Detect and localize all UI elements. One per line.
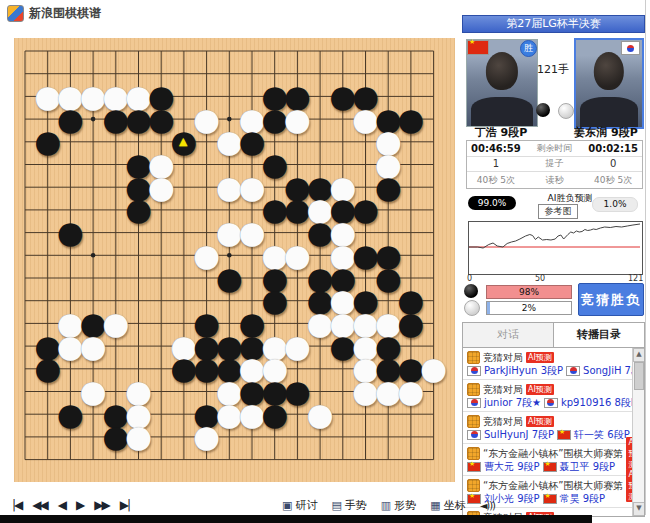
winrate-curve: [469, 224, 640, 248]
stone-black: ●: [286, 380, 309, 403]
stone-white: ●: [354, 108, 377, 131]
game-title: “东方金融小镇杯”围棋大师赛第: [483, 479, 623, 493]
move-count: 121手: [532, 62, 574, 77]
scroll-thumb[interactable]: [634, 362, 644, 390]
china-flag-icon: [557, 430, 571, 440]
avatar: [594, 52, 624, 90]
stone-black: ●: [377, 176, 400, 199]
bet-bar-white: 2%: [486, 301, 572, 315]
go-board-icon: [467, 479, 480, 492]
next-move-button[interactable]: ▶: [76, 498, 83, 512]
stone-black: ●: [172, 357, 195, 380]
window-edge: [645, 0, 646, 515]
stone-black: ●: [195, 357, 218, 380]
white-byoyomi: 40秒 5次: [584, 172, 642, 188]
winrate-graph: [468, 221, 643, 275]
stone-white: ●: [309, 403, 332, 426]
tab-broadcast-list[interactable]: 转播目录: [554, 323, 644, 347]
korea-flag-icon: [467, 398, 481, 408]
stone-white: ●: [195, 425, 218, 448]
game-title: 竞猜对局: [483, 415, 523, 429]
speaker-icon[interactable]: ◄))): [480, 500, 495, 511]
stone-black: ●: [263, 403, 286, 426]
korea-flag-icon: [467, 366, 481, 376]
stone-white: ●: [150, 176, 173, 199]
first-move-button[interactable]: |◀: [12, 498, 21, 512]
black-byoyomi: 40秒 5次: [467, 172, 525, 188]
stone-black: ●: [331, 335, 354, 358]
china-flag-icon: [467, 462, 481, 472]
stone-black: ●: [354, 244, 377, 267]
player-name-black: 丁浩 9段P: [462, 125, 540, 140]
stone-black: ●: [127, 198, 150, 221]
ai-prediction-badge: AI预测: [526, 416, 554, 427]
stone-white: ●: [59, 335, 82, 358]
game-title: “东方金融小镇杯”围棋大师赛第: [483, 447, 623, 461]
winner-badge: 胜: [520, 40, 537, 57]
black-stone-icon: [536, 103, 550, 117]
player-link[interactable]: ParkJiHyun 3段P: [484, 364, 563, 378]
stone-white: ●: [82, 335, 105, 358]
clock-table: 00:46:59 剩余时间 00:02:15 1 提子 0 40秒 5次 读秒 …: [466, 140, 643, 189]
stone-black: ●: [354, 198, 377, 221]
player-link[interactable]: 聂卫平 9段P: [560, 460, 616, 474]
stone-black: ●: [36, 130, 59, 153]
bet-bar-black: 98%: [486, 285, 572, 299]
white-time: 00:02:15: [584, 141, 642, 157]
time-label: 剩余时间: [525, 141, 585, 157]
coords-icon: ▦: [430, 500, 440, 511]
chat-broadcast-panel: 对话 转播目录 竞猜对局AI预测ParkJiHyun 3段PSongJiH 7段…: [462, 322, 645, 517]
tool-label: 研讨: [295, 498, 317, 513]
player-link[interactable]: kp910916 8段P: [561, 396, 633, 410]
korea-flag-icon: [566, 366, 580, 376]
panel-tabs: 对话 转播目录: [463, 323, 644, 348]
game-title: 竞猜对局: [483, 383, 523, 397]
stone-black: ●: [104, 108, 127, 131]
last-move-triangle-icon: ▲: [179, 136, 187, 147]
china-flag-icon: [543, 494, 557, 504]
discuss-button[interactable]: ▣研讨: [282, 498, 317, 513]
discuss-icon: ▣: [282, 500, 292, 511]
tool-label: 形势: [394, 498, 416, 513]
stone-black: ●: [263, 153, 286, 176]
broadcast-list: 竞猜对局AI预测ParkJiHyun 3段PSongJiH 7段P竞猜对局AI预…: [463, 348, 633, 516]
stone-white: ●: [195, 244, 218, 267]
stone-black: ●: [399, 312, 422, 335]
app-logo-icon: [7, 5, 24, 22]
reference-diagram-button[interactable]: 参考图: [538, 204, 578, 219]
ai-black-winrate: 99.0%: [468, 196, 516, 210]
black-captures: 1: [467, 157, 525, 173]
stone-black: ●: [263, 289, 286, 312]
player-link[interactable]: SulHyunJ 7段P: [484, 428, 554, 442]
player-link[interactable]: 曹大元 9段P: [484, 460, 540, 474]
stone-black: ●: [104, 425, 127, 448]
stone-black: ●: [286, 198, 309, 221]
stone-white: ●: [104, 312, 127, 335]
stone-black: ●: [59, 403, 82, 426]
stone-white: ●: [422, 357, 445, 380]
last-move-button[interactable]: ▶|: [120, 498, 129, 512]
stone-black: ●: [127, 108, 150, 131]
list-item[interactable]: “东方金融小镇杯”围棋大师赛第AI预测曹大元 9段P聂卫平 9段P: [463, 444, 633, 476]
ai-prediction-badge: AI预测: [526, 352, 554, 363]
stone-white: ●: [127, 425, 150, 448]
black-stone-icon: [464, 284, 478, 298]
ai-white-winrate: 1.0%: [592, 197, 638, 212]
bottom-bar: [0, 515, 592, 523]
stone-white: ●: [286, 335, 309, 358]
board-tools: ▣研讨▤手势▥形势▦坐标◄))): [282, 497, 495, 513]
stone-black: ●: [331, 85, 354, 108]
guess-winner-button[interactable]: 竞猜胜负: [578, 283, 644, 316]
go-board-icon: [467, 415, 480, 428]
player-link[interactable]: 常昊 9段P: [560, 492, 606, 506]
stone-white: ●: [195, 108, 218, 131]
stone-black: ●: [59, 221, 82, 244]
go-board-icon: [467, 351, 480, 364]
stone-black: ●: [399, 108, 422, 131]
stone-white: ●: [354, 380, 377, 403]
playback-controls: |◀◀◀◀▶▶▶▶|: [12, 497, 129, 513]
korea-flag-icon: [621, 41, 640, 55]
tool-label: 坐标: [444, 498, 466, 513]
ai-prediction-badge: AI预测: [526, 384, 554, 395]
stone-black: ●: [218, 267, 241, 290]
prev-move-button[interactable]: ◀: [58, 498, 65, 512]
white-stone-icon: [558, 103, 574, 119]
player-link[interactable]: SongJiH 7段P: [583, 364, 633, 378]
rewind-button[interactable]: ◀◀: [32, 498, 46, 512]
x-tick-0: 0: [467, 274, 472, 283]
captures-label: 提子: [525, 157, 585, 173]
black-time: 00:46:59: [467, 141, 525, 157]
white-stone-icon: [464, 300, 480, 316]
stone-black: ●: [263, 198, 286, 221]
avatar: [486, 52, 518, 90]
stone-white: ●: [286, 244, 309, 267]
go-review-window: 新浪围棋棋谱 ●●●●●●●●●●●●●●●●●●●●●●●▲●●●●●●●●●…: [0, 0, 650, 523]
forward-button[interactable]: ▶▶: [94, 498, 108, 512]
player-link[interactable]: junior 7段★: [484, 396, 541, 410]
territory-icon: ▥: [381, 500, 391, 511]
china-flag-icon: [467, 40, 489, 55]
list-item[interactable]: 竞猜对局AI预测ParkJiHyun 3段PSongJiH 7段P: [463, 348, 633, 380]
stone-black: ●: [263, 108, 286, 131]
player-name-white: 姜东润 9段P: [566, 125, 646, 140]
stone-white: ●: [286, 108, 309, 131]
gesture-icon: ▤: [331, 500, 341, 511]
tab-dialogue[interactable]: 对话: [463, 323, 554, 347]
x-tick-121: 121: [628, 274, 643, 283]
go-board[interactable]: ●●●●●●●●●●●●●●●●●●●●●●●▲●●●●●●●●●●●●●●●●…: [14, 38, 455, 482]
scrollbar[interactable]: ▲ ▼: [632, 348, 644, 516]
stone-white: ●: [399, 380, 422, 403]
stone-black: ●: [36, 357, 59, 380]
x-tick-50: 50: [535, 274, 545, 283]
korea-flag-icon: [467, 430, 481, 440]
gesture-button[interactable]: ▤手势: [331, 498, 366, 513]
scroll-down-icon[interactable]: ▼: [633, 502, 645, 516]
white-captures: 0: [584, 157, 642, 173]
list-item[interactable]: 竞猜对局AI预测junior 7段★kp910916 8段P: [463, 380, 633, 412]
game-title: 竞猜对局: [483, 351, 523, 365]
list-item[interactable]: 竞猜对局AI预测SulHyunJ 7段P轩一笑 6段P: [463, 412, 633, 444]
coords-button[interactable]: ▦坐标: [430, 498, 465, 513]
korea-flag-icon: [544, 398, 558, 408]
stone-black: ●: [59, 108, 82, 131]
scroll-up-icon[interactable]: ▲: [633, 348, 645, 362]
match-title: 第27届LG杯半决赛: [462, 15, 645, 33]
go-board-icon: [467, 447, 480, 460]
china-flag-icon: [543, 462, 557, 472]
byoyomi-label: 读秒: [525, 172, 585, 188]
app-title: 新浪围棋棋谱: [29, 5, 101, 22]
player-link[interactable]: 轩一笑 6段P: [574, 428, 630, 442]
titlebar: 新浪围棋棋谱: [7, 4, 101, 22]
go-board-icon: [467, 383, 480, 396]
stone-white: ●: [36, 85, 59, 108]
territory-button[interactable]: ▥形势: [381, 498, 416, 513]
tool-label: 手势: [345, 498, 367, 513]
